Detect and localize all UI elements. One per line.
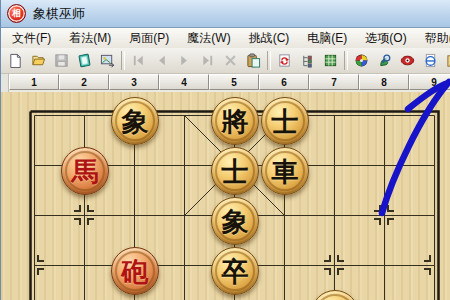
piece-black-將-f5r1[interactable]: 將 bbox=[211, 97, 259, 145]
export-image-button[interactable] bbox=[97, 49, 118, 72]
piece-red-砲-f3r4[interactable]: 砲 bbox=[111, 247, 159, 295]
paste-button[interactable] bbox=[243, 49, 264, 72]
move-list-icon bbox=[300, 53, 315, 68]
file-label-6: 6 bbox=[259, 74, 309, 90]
title-bar: 相 象棋巫师 bbox=[1, 0, 450, 28]
notebook-button[interactable] bbox=[74, 49, 95, 72]
toolbar bbox=[1, 48, 450, 74]
piece-red-馬-f2r2[interactable]: 馬 bbox=[61, 147, 109, 195]
web-button[interactable] bbox=[420, 49, 441, 72]
file-label-5: 5 bbox=[209, 74, 259, 90]
analyze-magnifier-icon bbox=[377, 53, 392, 68]
piece-char: 士 bbox=[222, 158, 249, 185]
toolbar-separator bbox=[344, 51, 348, 70]
magic-wheel-button[interactable] bbox=[351, 49, 372, 72]
piece-char: 車 bbox=[272, 158, 299, 185]
first-move-button bbox=[128, 49, 149, 72]
piece-black-卒-f5r4[interactable]: 卒 bbox=[211, 247, 259, 295]
open-folder-icon bbox=[31, 53, 46, 68]
piece-black-象-f5r3[interactable]: 象 bbox=[211, 197, 259, 245]
edit-position-button[interactable] bbox=[443, 49, 450, 72]
last-move-button bbox=[197, 49, 218, 72]
red-eye-icon bbox=[400, 53, 415, 68]
piece-char: 象 bbox=[222, 208, 249, 235]
new-file-icon bbox=[8, 53, 23, 68]
toolbar-separator bbox=[267, 51, 271, 70]
file-label-4: 4 bbox=[159, 74, 209, 90]
piece-black-象-f3r1[interactable]: 象 bbox=[111, 97, 159, 145]
prev-move-button bbox=[151, 49, 172, 72]
notebook-icon bbox=[77, 53, 92, 68]
menu-item-options[interactable]: 选项(O) bbox=[356, 28, 415, 49]
file-number-header: 123456789 bbox=[9, 74, 450, 92]
app-window: 相 象棋巫师 文件(F)着法(M)局面(P)魔法(W)挑战(C)电脑(E)选项(… bbox=[0, 0, 450, 300]
window-title: 象棋巫师 bbox=[33, 5, 85, 23]
file-label-8: 8 bbox=[359, 74, 409, 90]
new-button[interactable] bbox=[5, 49, 26, 72]
xiangqi-board[interactable]: 象將士馬士車象砲卒 bbox=[1, 92, 450, 300]
piece-char: 砲 bbox=[122, 258, 149, 285]
delete-icon bbox=[223, 53, 238, 68]
piece-char: 馬 bbox=[72, 158, 99, 185]
flip-board-icon bbox=[277, 53, 292, 68]
file-label-9: 9 bbox=[409, 74, 450, 90]
menu-item-file[interactable]: 文件(F) bbox=[3, 28, 60, 49]
menu-item-magic[interactable]: 魔法(W) bbox=[178, 28, 239, 49]
menu-item-help[interactable]: 帮助(H) bbox=[416, 28, 450, 49]
open-button[interactable] bbox=[28, 49, 49, 72]
menu-item-position[interactable]: 局面(P) bbox=[120, 28, 178, 49]
browser-e-icon bbox=[423, 53, 438, 68]
edit-pencil-icon bbox=[446, 53, 450, 68]
delete-move-button bbox=[220, 49, 241, 72]
next-move-button bbox=[174, 49, 195, 72]
engine-eye-button[interactable] bbox=[397, 49, 418, 72]
move-list-button[interactable] bbox=[297, 49, 318, 72]
board-grid-icon bbox=[323, 53, 338, 68]
last-move-icon bbox=[200, 53, 215, 68]
toolbar-separator bbox=[121, 51, 125, 70]
analyze-button[interactable] bbox=[374, 49, 395, 72]
menu-bar: 文件(F)着法(M)局面(P)魔法(W)挑战(C)电脑(E)选项(O)帮助(H) bbox=[1, 28, 450, 48]
piece-char: 卒 bbox=[222, 258, 249, 285]
paste-icon bbox=[246, 53, 261, 68]
file-label-3: 3 bbox=[109, 74, 159, 90]
menu-item-computer[interactable]: 电脑(E) bbox=[298, 28, 356, 49]
file-label-2: 2 bbox=[59, 74, 109, 90]
file-label-7: 7 bbox=[309, 74, 359, 90]
save-floppy-icon bbox=[54, 53, 69, 68]
first-move-icon bbox=[131, 53, 146, 68]
next-move-icon bbox=[177, 53, 192, 68]
save-button bbox=[51, 49, 72, 72]
flip-board-button[interactable] bbox=[274, 49, 295, 72]
color-wheel-icon bbox=[354, 53, 369, 68]
piece-char: 士 bbox=[272, 108, 299, 135]
app-icon[interactable]: 相 bbox=[7, 4, 26, 23]
prev-move-icon bbox=[154, 53, 169, 68]
piece-char: 將 bbox=[222, 108, 249, 135]
menu-item-challenge[interactable]: 挑战(C) bbox=[240, 28, 299, 49]
piece-black-士-f6r1[interactable]: 士 bbox=[261, 97, 309, 145]
board-style-button[interactable] bbox=[320, 49, 341, 72]
piece-char: 象 bbox=[122, 108, 149, 135]
export-image-icon bbox=[100, 53, 115, 68]
piece-black-車-f6r2[interactable]: 車 bbox=[261, 147, 309, 195]
file-label-1: 1 bbox=[9, 74, 59, 90]
piece-black-士-f5r2[interactable]: 士 bbox=[211, 147, 259, 195]
menu-item-moves[interactable]: 着法(M) bbox=[60, 28, 120, 49]
